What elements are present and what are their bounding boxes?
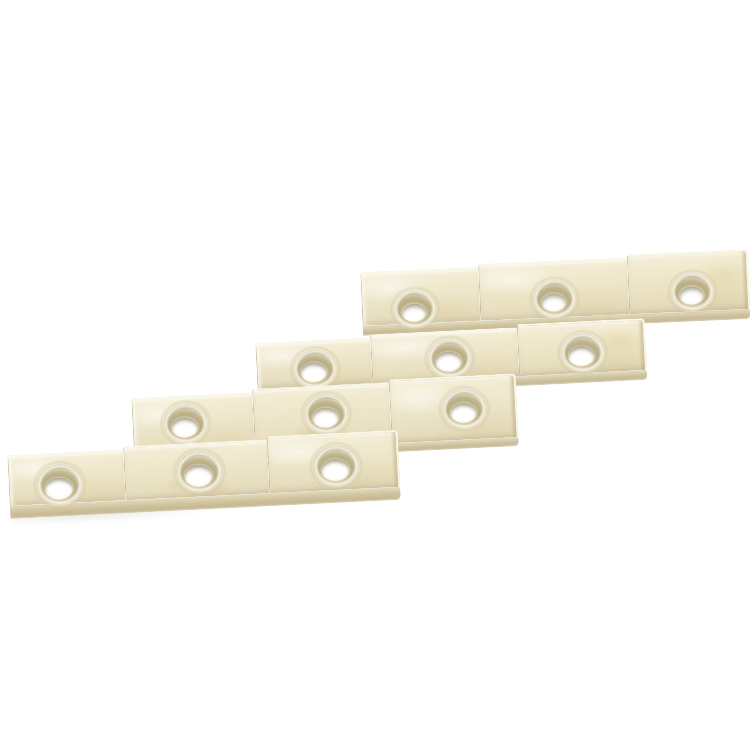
hole-bore xyxy=(300,361,327,382)
pad xyxy=(267,430,401,493)
hole-bore xyxy=(450,402,477,423)
hole-bore xyxy=(568,345,595,366)
hole-bore xyxy=(679,286,704,305)
countersink-hole xyxy=(163,403,209,443)
countersink-hole xyxy=(533,280,577,318)
product-photo xyxy=(0,0,750,750)
hole-bore xyxy=(44,477,73,500)
countersink-hole xyxy=(427,338,472,377)
hole-bore xyxy=(321,458,350,481)
countersink-hole xyxy=(441,389,487,429)
hole-bore xyxy=(184,464,213,487)
hole-bore xyxy=(435,351,462,372)
countersink-hole xyxy=(393,290,437,328)
countersink-hole xyxy=(36,463,84,505)
countersink-hole xyxy=(175,451,223,493)
pad xyxy=(517,318,647,376)
countersink-hole xyxy=(303,393,349,433)
countersink-hole xyxy=(671,273,715,311)
hole-bore xyxy=(401,303,426,322)
pad xyxy=(360,267,480,326)
hole-bore xyxy=(312,407,339,428)
hole-bore xyxy=(171,417,198,438)
pad-row-front xyxy=(7,430,401,519)
hole-bore xyxy=(541,293,566,312)
pad xyxy=(627,249,750,314)
pad xyxy=(123,439,269,500)
pad xyxy=(7,449,125,506)
pad xyxy=(389,373,519,443)
pad xyxy=(478,257,629,320)
countersink-hole xyxy=(312,445,360,487)
countersink-hole xyxy=(560,333,605,372)
